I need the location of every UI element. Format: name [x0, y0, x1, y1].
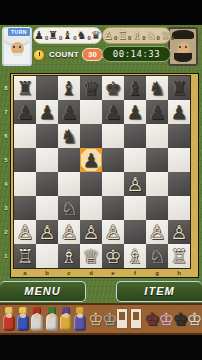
black-knight[interactable]: ♞: [60, 124, 77, 148]
white-pawn[interactable]: ♙: [104, 220, 121, 244]
square-b5[interactable]: [36, 148, 58, 172]
white-pawn-icon: ♙: [103, 29, 113, 43]
square-d1[interactable]: ♕: [80, 244, 102, 268]
square-b7[interactable]: ♟: [36, 100, 58, 124]
item-card-1[interactable]: [116, 307, 128, 331]
black-queen[interactable]: ♛: [82, 76, 99, 100]
item-card-2[interactable]: [130, 307, 142, 331]
eye-icon: [179, 46, 181, 48]
square-f7[interactable]: ♟: [124, 100, 146, 124]
square-h1[interactable]: ♖: [168, 244, 190, 268]
black-bishop[interactable]: ♝: [126, 76, 143, 100]
square-a2[interactable]: ♙: [14, 220, 36, 244]
skin-maroon-piece[interactable]: ♚: [144, 307, 156, 331]
chess-board[interactable]: ♜♝♛♚♝♞♜♟♟♟♟♟♟♟♞♟♙♘♙♙♙♙♙♙♙♖♗♕♔♗♘♖: [14, 76, 190, 268]
file-label-f: f: [124, 269, 146, 277]
white-knight-icon: ♘: [146, 29, 156, 43]
captured-count: 0: [171, 34, 174, 43]
captured-black-pieces-panel: ♟0♜0♝0♞0♛0: [33, 27, 102, 44]
black-pawn[interactable]: ♟: [16, 100, 33, 124]
game-timer: 00:14:33: [102, 46, 171, 62]
white-knight[interactable]: ♘: [148, 244, 165, 268]
rank-label-2: 2: [3, 220, 9, 244]
file-label-d: d: [80, 269, 102, 277]
square-a6[interactable]: [14, 124, 36, 148]
square-e2[interactable]: ♙: [102, 220, 124, 244]
captured-white-pieces-panel: ♙0♖0♗0♘0♕0: [102, 27, 171, 44]
square-a5[interactable]: [14, 148, 36, 172]
rank-label-3: 3: [3, 196, 9, 220]
piece-skin-icon: ♔: [102, 307, 114, 331]
rank-label-7: 7: [3, 100, 9, 124]
square-c5[interactable]: [58, 148, 80, 172]
item-card-icon: [130, 308, 142, 329]
square-d6[interactable]: [80, 124, 102, 148]
square-e1[interactable]: ♔: [102, 244, 124, 268]
black-pawn[interactable]: ♟: [104, 100, 121, 124]
square-e8[interactable]: ♚: [102, 76, 124, 100]
square-h2[interactable]: ♙: [168, 220, 190, 244]
skin-gold-warrior-figure[interactable]: [60, 307, 72, 331]
eye-icon: [13, 46, 15, 48]
square-h6[interactable]: [168, 124, 190, 148]
piece-skin-icon: ♔: [187, 307, 199, 331]
captured-white-knight: ♘0: [146, 29, 160, 43]
bottom-bar: [0, 335, 202, 360]
black-rook-icon: ♜: [48, 29, 58, 43]
square-g3[interactable]: [146, 196, 168, 220]
skin-ivory-piece[interactable]: ♔: [88, 307, 100, 331]
square-g7[interactable]: ♟: [146, 100, 168, 124]
square-a8[interactable]: ♜: [14, 76, 36, 100]
piece-skin-tray: ♔♔♚♔♚♔: [0, 303, 202, 335]
piece-skin-icon: ♔: [88, 307, 100, 331]
square-c3[interactable]: ♘: [58, 196, 80, 220]
file-label-e: e: [102, 269, 124, 277]
captured-black-rook: ♜0: [48, 29, 62, 43]
turn-badge: TURN: [7, 27, 31, 37]
status-bar: [0, 0, 202, 25]
item-card-icon: [116, 308, 128, 329]
square-f3[interactable]: [124, 196, 146, 220]
skin-white-red-figure[interactable]: [31, 307, 43, 331]
square-b2[interactable]: ♙: [36, 220, 58, 244]
skin-blue-king-figure[interactable]: [17, 307, 29, 331]
white-queen-icon: ♕: [160, 29, 170, 43]
square-h8[interactable]: ♜: [168, 76, 190, 100]
square-f5[interactable]: [124, 148, 146, 172]
square-b3[interactable]: [36, 196, 58, 220]
skin-white-piece[interactable]: ♔: [187, 307, 199, 331]
white-pawn[interactable]: ♙: [170, 220, 187, 244]
white-knight[interactable]: ♘: [60, 196, 77, 220]
white-rook-icon: ♖: [117, 29, 127, 43]
white-bishop[interactable]: ♗: [60, 244, 77, 268]
square-f6[interactable]: [124, 124, 146, 148]
square-d3[interactable]: [80, 196, 102, 220]
captured-black-pawn: ♟0: [34, 29, 48, 43]
square-c6[interactable]: ♞: [58, 124, 80, 148]
square-d4[interactable]: [80, 172, 102, 196]
captured-white-queen: ♕0: [160, 29, 174, 43]
skin-gray-piece[interactable]: ♔: [102, 307, 114, 331]
square-d2[interactable]: ♙: [80, 220, 102, 244]
square-e5[interactable]: [102, 148, 124, 172]
figure-face: [63, 313, 69, 318]
file-label-g: g: [146, 269, 168, 277]
rank-label-6: 6: [3, 124, 9, 148]
item-button[interactable]: ITEM: [116, 281, 202, 302]
black-pawn-icon: ♟: [34, 29, 44, 43]
square-f2[interactable]: [124, 220, 146, 244]
black-knight-icon: ♞: [77, 29, 87, 43]
white-king[interactable]: ♔: [104, 244, 121, 268]
black-king[interactable]: ♚: [104, 76, 121, 100]
square-b4[interactable]: [36, 172, 58, 196]
count-value-badge: 30: [82, 48, 103, 61]
captured-black-bishop: ♝0: [62, 29, 76, 43]
player-left-avatar: TURN: [2, 27, 32, 66]
square-c2[interactable]: ♙: [58, 220, 80, 244]
white-bishop-icon: ♗: [131, 29, 141, 43]
square-h7[interactable]: ♟: [168, 100, 190, 124]
white-pawn[interactable]: ♙: [60, 220, 77, 244]
file-label-c: c: [58, 269, 80, 277]
rank-label-1: 1: [3, 244, 9, 268]
square-b1[interactable]: [36, 244, 58, 268]
square-e4[interactable]: [102, 172, 124, 196]
square-c8[interactable]: ♝: [58, 76, 80, 100]
square-g2[interactable]: ♙: [146, 220, 168, 244]
square-c7[interactable]: ♟: [58, 100, 80, 124]
white-queen[interactable]: ♕: [82, 244, 99, 268]
square-g5[interactable]: [146, 148, 168, 172]
black-queen-icon: ♛: [91, 29, 101, 43]
skin-purple-warrior-figure[interactable]: [74, 307, 86, 331]
black-rook[interactable]: ♜: [170, 76, 187, 100]
square-d8[interactable]: ♛: [80, 76, 102, 100]
captured-white-rook: ♖0: [117, 29, 131, 43]
eye-icon: [185, 46, 187, 48]
square-a4[interactable]: [14, 172, 36, 196]
file-labels-bottom: abcdefgh: [14, 269, 190, 277]
rank-label-5: 5: [3, 148, 9, 172]
square-b8[interactable]: [36, 76, 58, 100]
square-f1[interactable]: ♗: [124, 244, 146, 268]
white-pawn[interactable]: ♙: [16, 220, 33, 244]
white-pawn[interactable]: ♙: [148, 220, 165, 244]
eye-icon: [19, 46, 21, 48]
square-g4[interactable]: [146, 172, 168, 196]
black-knight[interactable]: ♞: [148, 76, 165, 100]
black-pawn[interactable]: ♟: [60, 100, 77, 124]
rank-labels-left: 87654321: [3, 76, 9, 268]
piece-skin-icon: ♚: [144, 307, 156, 331]
file-label-h: h: [168, 269, 190, 277]
black-bishop[interactable]: ♝: [60, 76, 77, 100]
square-d7[interactable]: [80, 100, 102, 124]
square-f8[interactable]: ♝: [124, 76, 146, 100]
captured-white-bishop: ♗0: [131, 29, 145, 43]
square-b6[interactable]: [36, 124, 58, 148]
black-pawn[interactable]: ♟: [82, 148, 99, 172]
square-g8[interactable]: ♞: [146, 76, 168, 100]
square-h3[interactable]: [168, 196, 190, 220]
white-rook[interactable]: ♖: [170, 244, 187, 268]
piece-skin-icon: ♔: [159, 307, 171, 331]
menu-button[interactable]: MENU: [0, 281, 86, 302]
figure-face: [49, 313, 55, 318]
black-pawn[interactable]: ♟: [170, 100, 187, 124]
black-pawn[interactable]: ♟: [126, 100, 143, 124]
square-h4[interactable]: [168, 172, 190, 196]
square-g6[interactable]: [146, 124, 168, 148]
square-g1[interactable]: ♘: [146, 244, 168, 268]
black-rook[interactable]: ♜: [16, 76, 33, 100]
skin-red-king-figure[interactable]: [3, 307, 15, 331]
square-e3[interactable]: [102, 196, 124, 220]
white-pawn[interactable]: ♙: [82, 220, 99, 244]
figure-face: [77, 313, 83, 318]
square-e7[interactable]: ♟: [102, 100, 124, 124]
chess-board-frame: ♜♝♛♚♝♞♜♟♟♟♟♟♟♟♞♟♙♘♙♙♙♙♙♙♙♖♗♕♔♗♘♖ 8765432…: [10, 73, 199, 278]
square-c4[interactable]: [58, 172, 80, 196]
lincoln-beard: [174, 53, 192, 62]
lincoln-hair: [172, 30, 194, 39]
white-rook[interactable]: ♖: [16, 244, 33, 268]
square-e6[interactable]: [102, 124, 124, 148]
square-c1[interactable]: ♗: [58, 244, 80, 268]
move-count-row: COUNT 30: [33, 46, 102, 63]
rank-label-8: 8: [3, 76, 9, 100]
black-bishop-icon: ♝: [62, 29, 72, 43]
black-pawn[interactable]: ♟: [38, 100, 55, 124]
count-label: COUNT: [49, 50, 79, 59]
square-h5[interactable]: [168, 148, 190, 172]
square-a7[interactable]: ♟: [14, 100, 36, 124]
skin-black-piece[interactable]: ♚: [173, 307, 185, 331]
rank-label-4: 4: [3, 172, 9, 196]
skin-white-green-figure[interactable]: [46, 307, 58, 331]
captured-white-pawn: ♙0: [103, 29, 117, 43]
square-a1[interactable]: ♖: [14, 244, 36, 268]
white-pawn[interactable]: ♙: [126, 172, 143, 196]
black-pawn[interactable]: ♟: [148, 100, 165, 124]
clock-icon: [33, 49, 45, 61]
einstein-mustache: [13, 53, 22, 56]
white-bishop[interactable]: ♗: [126, 244, 143, 268]
file-label-a: a: [14, 269, 36, 277]
piece-skin-icon: ♚: [173, 307, 185, 331]
square-d5[interactable]: ♟: [80, 148, 102, 172]
square-a3[interactable]: [14, 196, 36, 220]
square-f4[interactable]: ♙: [124, 172, 146, 196]
skin-pink-piece[interactable]: ♔: [159, 307, 171, 331]
captured-black-knight: ♞0: [77, 29, 91, 43]
chess-app-screen: TURN ♟0♜0♝0♞0♛0 ♙0♖0♗0♘0♕0 COUNT 30 00:1…: [0, 0, 202, 360]
white-pawn[interactable]: ♙: [38, 220, 55, 244]
file-label-b: b: [36, 269, 58, 277]
